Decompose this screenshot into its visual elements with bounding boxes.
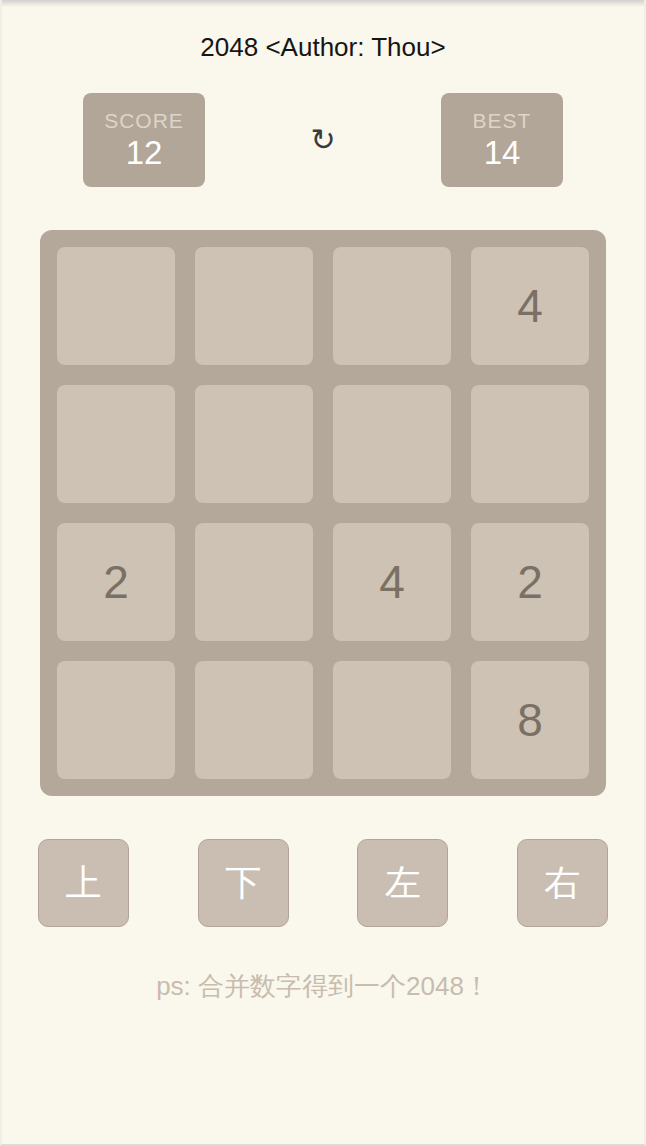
empty-cell [333,385,451,503]
right-button[interactable]: 右 [517,839,608,927]
left-button[interactable]: 左 [357,839,448,927]
tile-4: 4 [471,247,589,365]
empty-cell [57,385,175,503]
board: 42428 [40,230,606,796]
empty-cell [57,247,175,365]
score-value: 12 [126,134,163,172]
tile-2: 2 [57,523,175,641]
empty-cell [195,661,313,779]
empty-cell [471,385,589,503]
empty-cell [195,247,313,365]
down-button[interactable]: 下 [198,839,289,927]
direction-controls: 上下左右 [2,839,644,927]
restart-button[interactable]: ↻ [310,125,335,155]
empty-cell [195,385,313,503]
empty-cell [57,661,175,779]
score-box: SCORE 12 [83,93,205,187]
empty-cell [195,523,313,641]
footer-hint: ps: 合并数字得到一个2048！ [2,969,644,1004]
tile-2: 2 [471,523,589,641]
scoreboard: SCORE 12 ↻ BEST 14 [2,93,644,187]
restart-icon: ↻ [310,122,335,157]
best-label: BEST [473,108,532,134]
best-box: BEST 14 [441,93,563,187]
page-title: 2048 <Author: Thou> [2,0,644,62]
up-button[interactable]: 上 [38,839,129,927]
best-value: 14 [484,134,521,172]
tile-8: 8 [471,661,589,779]
empty-cell [333,247,451,365]
tile-4: 4 [333,523,451,641]
score-label: SCORE [104,108,184,134]
empty-cell [333,661,451,779]
